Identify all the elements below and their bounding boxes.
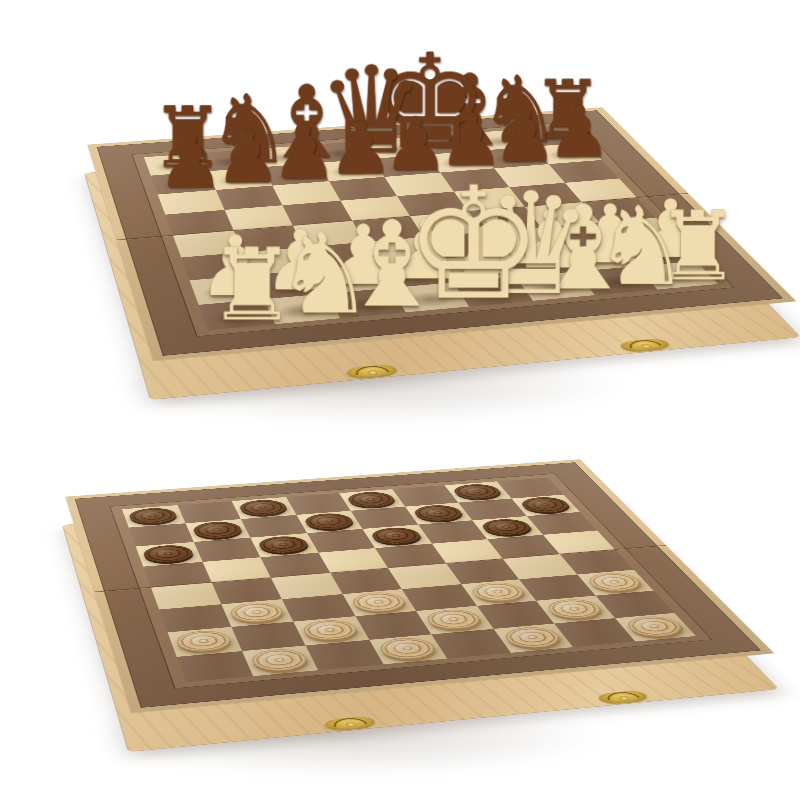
dark-checker <box>517 495 573 513</box>
checkers-cell-f1 <box>493 623 573 652</box>
light-checker <box>375 636 439 661</box>
checkers-cell-h1 <box>614 612 695 641</box>
checkers-cell-a1 <box>177 650 253 681</box>
checkers-cell-b2 <box>231 621 306 650</box>
light-checker <box>174 628 234 652</box>
checkers-cell-c4 <box>271 572 342 598</box>
light-checker <box>467 580 529 602</box>
dark-checker <box>301 512 356 530</box>
dark-checker <box>345 490 399 508</box>
dark-checker <box>141 543 195 563</box>
chess-cell-a1: ♜ <box>199 298 275 329</box>
white-rook: ♜ <box>208 244 275 325</box>
black-pawn: ♟ <box>157 131 215 192</box>
checkers-pieces-layer <box>122 477 696 681</box>
chess-cell-a7: ♟ <box>151 171 216 194</box>
light-checker <box>543 597 607 620</box>
chess-board: ♜♞♝♛♚♝♞♜♟♟♟♟♟♟♟♟♟♟♟♟♟♟♟♟♜♞♝♚♛♝♞♜ <box>88 107 797 361</box>
checkers-cell-c5 <box>260 552 329 577</box>
checkers-set-photo <box>0 356 788 800</box>
checkers-cell-e1 <box>431 628 510 658</box>
dark-checker <box>127 506 179 524</box>
dark-checker <box>478 517 535 536</box>
checkers-cell-h2 <box>595 590 674 617</box>
dark-checker <box>368 526 424 545</box>
light-checker <box>348 590 409 612</box>
checkers-cell-e3 <box>402 584 477 611</box>
light-checker <box>248 647 311 672</box>
chess-cell-b6 <box>215 185 282 209</box>
checkers-cell-g3 <box>519 574 595 600</box>
checkers-board <box>66 459 775 713</box>
checkers-cell-b1 <box>241 645 318 676</box>
dark-checker <box>410 503 465 521</box>
product-photo: ♜♞♝♛♚♝♞♜♟♟♟♟♟♟♟♟♟♟♟♟♟♟♟♟♜♞♝♚♛♝♞♜ <box>0 0 800 800</box>
light-checker <box>500 625 566 649</box>
checkers-cell-d5 <box>318 548 388 573</box>
light-checker <box>621 614 688 638</box>
light-checker <box>300 618 362 642</box>
light-checker <box>422 607 485 630</box>
light-checker <box>583 571 646 592</box>
checkers-cell-h7 <box>511 494 580 516</box>
dark-checker <box>450 482 505 499</box>
chess-pieces-layer: ♜♞♝♛♚♝♞♜♟♟♟♟♟♟♟♟♟♟♟♟♟♟♟♟♜♞♝♚♛♝♞♜ <box>144 125 718 329</box>
